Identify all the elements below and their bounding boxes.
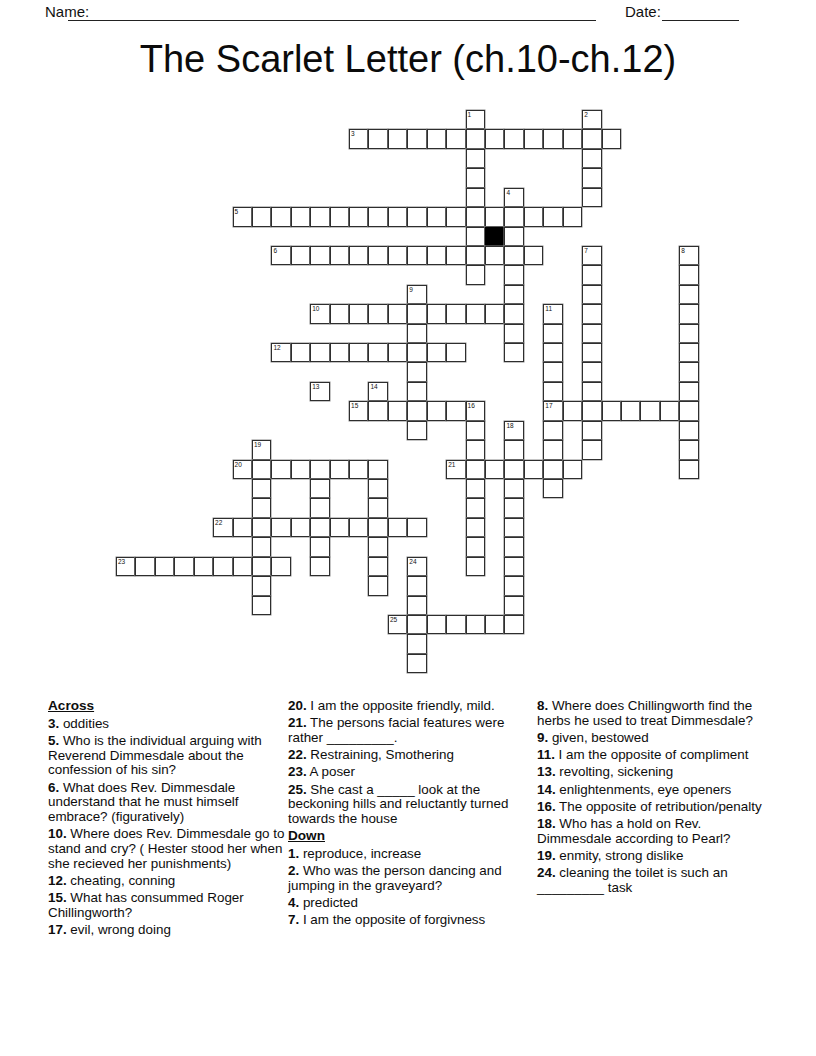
- grid-cell[interactable]: [349, 304, 368, 323]
- grid-cell[interactable]: 16: [466, 401, 485, 420]
- grid-cell[interactable]: [368, 498, 387, 517]
- grid-cell[interactable]: [407, 343, 426, 362]
- grid-cell[interactable]: [291, 343, 310, 362]
- grid-cell[interactable]: [310, 479, 329, 498]
- grid-cell[interactable]: [582, 362, 601, 381]
- grid-cell[interactable]: [524, 246, 543, 265]
- cell-number: 17: [545, 402, 552, 409]
- clue-number: 2.: [288, 863, 299, 878]
- grid-cell[interactable]: [291, 518, 310, 537]
- clue-column-1: Across3. oddities5. Who is the individua…: [48, 699, 285, 940]
- cell-number: 25: [390, 616, 397, 623]
- clue-number: 15.: [48, 890, 67, 905]
- date-field[interactable]: [662, 2, 739, 21]
- clue-number: 9.: [537, 730, 548, 745]
- clue-number: 24.: [537, 865, 556, 880]
- cell-number: 23: [118, 558, 125, 565]
- clue-across-12: 12. cheating, conning: [48, 874, 285, 889]
- clue-number: 13.: [537, 764, 556, 779]
- clue-down-1: 1. reproduce, increase: [288, 847, 525, 862]
- grid-cell[interactable]: [407, 382, 426, 401]
- grid-cell[interactable]: 14: [368, 382, 387, 401]
- grid-cell[interactable]: [524, 129, 543, 148]
- grid-cell[interactable]: [330, 246, 349, 265]
- grid-cell[interactable]: [466, 421, 485, 440]
- clue-down-18: 18. Who has a hold on Rev. Dimmesdale ac…: [537, 817, 774, 846]
- grid-cell[interactable]: [155, 557, 174, 576]
- clue-down-16: 16. The opposite of retribution/penalty: [537, 800, 774, 815]
- grid-cell[interactable]: [485, 129, 504, 148]
- grid-cell[interactable]: 6: [271, 246, 290, 265]
- worksheet-page: Name: Date: The Scarlet Letter (ch.10-ch…: [0, 0, 816, 1056]
- cell-number: 1: [468, 111, 472, 118]
- grid-cell[interactable]: [310, 246, 329, 265]
- grid-cell[interactable]: [252, 460, 271, 479]
- clue-number: 1.: [288, 846, 299, 861]
- clue-down-14: 14. enlightenments, eye openers: [537, 783, 774, 798]
- grid-cell[interactable]: 1: [466, 110, 485, 129]
- grid-cell[interactable]: [563, 401, 582, 420]
- grid-cell[interactable]: [252, 518, 271, 537]
- grid-cell[interactable]: [543, 362, 562, 381]
- grid-cell[interactable]: [407, 129, 426, 148]
- clue-across-22: 22. Restraining, Smothering: [288, 748, 525, 763]
- grid-cell[interactable]: [582, 304, 601, 323]
- cell-number: 5: [235, 208, 239, 215]
- grid-cell[interactable]: [310, 498, 329, 517]
- grid-cell[interactable]: [485, 615, 504, 634]
- grid-cell[interactable]: [543, 460, 562, 479]
- grid-cell[interactable]: [407, 304, 426, 323]
- grid-cell[interactable]: [504, 557, 523, 576]
- grid-cell[interactable]: [446, 207, 465, 226]
- cell-number: 13: [312, 383, 319, 390]
- grid-cell[interactable]: [233, 518, 252, 537]
- grid-cell[interactable]: [543, 207, 562, 226]
- across-header: Across: [48, 699, 285, 714]
- grid-cell[interactable]: [679, 401, 698, 420]
- clue-number: 22.: [288, 747, 307, 762]
- clue-number: 6.: [48, 780, 59, 795]
- crossword-grid: 1234567891011121314151617181920212223242…: [116, 110, 699, 673]
- grid-cell[interactable]: [582, 324, 601, 343]
- grid-cell[interactable]: [679, 343, 698, 362]
- grid-cell[interactable]: [679, 285, 698, 304]
- cell-number: 16: [468, 402, 475, 409]
- grid-cell[interactable]: [504, 460, 523, 479]
- grid-cell[interactable]: 10: [310, 304, 329, 323]
- grid-cell[interactable]: [466, 207, 485, 226]
- grid-cell[interactable]: [271, 518, 290, 537]
- grid-cell[interactable]: 7: [582, 246, 601, 265]
- grid-cell[interactable]: [679, 304, 698, 323]
- cell-number: 8: [681, 247, 685, 254]
- clue-down-7: 7. I am the opposite of forgivness: [288, 913, 525, 928]
- grid-cell[interactable]: [466, 479, 485, 498]
- grid-cell[interactable]: [446, 129, 465, 148]
- date-label: Date:: [625, 3, 661, 20]
- grid-cell[interactable]: [252, 596, 271, 615]
- grid-cell[interactable]: [485, 246, 504, 265]
- clue-down-4: 4. predicted: [288, 896, 525, 911]
- grid-cell[interactable]: [582, 440, 601, 459]
- clue-across-5: 5. Who is the individual arguing with Re…: [48, 734, 285, 778]
- grid-cell[interactable]: [504, 596, 523, 615]
- clue-down-13: 13. revolting, sickening: [537, 765, 774, 780]
- clue-down-24: 24. cleaning the toilet is such an _____…: [537, 866, 774, 895]
- grid-cell[interactable]: 5: [233, 207, 252, 226]
- grid-cell[interactable]: [310, 207, 329, 226]
- grid-cell[interactable]: [466, 246, 485, 265]
- grid-cell[interactable]: 24: [407, 557, 426, 576]
- grid-cell[interactable]: [621, 401, 640, 420]
- grid-cell[interactable]: [582, 285, 601, 304]
- grid-cell[interactable]: [388, 304, 407, 323]
- grid-cell[interactable]: [427, 304, 446, 323]
- grid-cell[interactable]: [388, 401, 407, 420]
- grid-cell[interactable]: [446, 246, 465, 265]
- cell-number: 11: [545, 305, 552, 312]
- grid-cell[interactable]: [466, 265, 485, 284]
- grid-cell[interactable]: 4: [504, 188, 523, 207]
- grid-cell[interactable]: [582, 168, 601, 187]
- grid-cell[interactable]: [330, 207, 349, 226]
- cell-number: 6: [273, 247, 277, 254]
- clue-number: 20.: [288, 698, 307, 713]
- grid-cell[interactable]: [504, 518, 523, 537]
- grid-cell[interactable]: [679, 440, 698, 459]
- cell-number: 7: [584, 247, 588, 254]
- grid-cell[interactable]: [543, 343, 562, 362]
- grid-cell[interactable]: [368, 304, 387, 323]
- grid-cell[interactable]: [368, 401, 387, 420]
- clue-number: 16.: [537, 799, 556, 814]
- clue-across-15: 15. What has consummed Roger Chillingwor…: [48, 891, 285, 920]
- grid-cell[interactable]: [582, 382, 601, 401]
- clue-across-3: 3. oddities: [48, 717, 285, 732]
- grid-cell[interactable]: [504, 129, 523, 148]
- grid-cell[interactable]: [368, 557, 387, 576]
- grid-cell[interactable]: [427, 615, 446, 634]
- grid-cell[interactable]: [466, 615, 485, 634]
- grid-cell[interactable]: [446, 304, 465, 323]
- grid-cell[interactable]: 20: [233, 460, 252, 479]
- grid-cell[interactable]: 12: [271, 343, 290, 362]
- grid-cell[interactable]: [407, 576, 426, 595]
- grid-cell[interactable]: [427, 246, 446, 265]
- grid-cell[interactable]: [660, 401, 679, 420]
- grid-cell[interactable]: [407, 596, 426, 615]
- grid-cell[interactable]: [368, 460, 387, 479]
- grid-cell[interactable]: [368, 343, 387, 362]
- grid-cell[interactable]: [504, 343, 523, 362]
- grid-cell[interactable]: [291, 460, 310, 479]
- grid-cell[interactable]: 8: [679, 246, 698, 265]
- grid-cell[interactable]: [504, 304, 523, 323]
- grid-cell[interactable]: [407, 518, 426, 537]
- grid-cell[interactable]: [407, 654, 426, 673]
- grid-cell[interactable]: [504, 615, 523, 634]
- grid-cell[interactable]: [349, 207, 368, 226]
- grid-cell[interactable]: [252, 557, 271, 576]
- grid-cell[interactable]: [310, 557, 329, 576]
- grid-cell[interactable]: 15: [349, 401, 368, 420]
- grid-cell[interactable]: 9: [407, 285, 426, 304]
- grid-cell[interactable]: [427, 401, 446, 420]
- grid-cell[interactable]: 25: [388, 615, 407, 634]
- clue-number: 18.: [537, 816, 556, 831]
- name-field[interactable]: [68, 2, 596, 21]
- clue-number: 8.: [537, 698, 548, 713]
- grid-cell[interactable]: [427, 207, 446, 226]
- grid-cell[interactable]: [582, 421, 601, 440]
- grid-cell[interactable]: [679, 460, 698, 479]
- grid-cell[interactable]: [349, 460, 368, 479]
- grid-cell[interactable]: 23: [116, 557, 135, 576]
- grid-cell[interactable]: [466, 168, 485, 187]
- grid-cell[interactable]: [485, 207, 504, 226]
- grid-cell[interactable]: [252, 207, 271, 226]
- grid-cell[interactable]: [543, 479, 562, 498]
- grid-cell[interactable]: [233, 557, 252, 576]
- clue-across-20: 20. I am the opposite friendly, mild.: [288, 699, 525, 714]
- clue-number: 17.: [48, 922, 67, 937]
- clue-across-21: 21. The persons facial features were rat…: [288, 716, 525, 745]
- grid-cell[interactable]: [504, 498, 523, 517]
- grid-cell[interactable]: 18: [504, 421, 523, 440]
- cell-number: 10: [312, 305, 319, 312]
- cell-number: 18: [506, 422, 513, 429]
- grid-cell[interactable]: [330, 518, 349, 537]
- grid-cell[interactable]: 3: [349, 129, 368, 148]
- clue-number: 10.: [48, 826, 67, 841]
- clue-column-3: 8. Where does Chillingworth find the her…: [537, 699, 774, 898]
- grid-cell[interactable]: [543, 382, 562, 401]
- grid-cell[interactable]: [640, 401, 659, 420]
- grid-cell[interactable]: [504, 207, 523, 226]
- clue-across-17: 17. evil, wrong doing: [48, 923, 285, 938]
- cell-number: 20: [235, 461, 242, 468]
- grid-cell[interactable]: [543, 421, 562, 440]
- grid-cell[interactable]: [602, 401, 621, 420]
- grid-cell[interactable]: [310, 343, 329, 362]
- grid-cell[interactable]: [679, 382, 698, 401]
- grid-cell[interactable]: [504, 227, 523, 246]
- clue-down-9: 9. given, bestowed: [537, 731, 774, 746]
- clue-down-8: 8. Where does Chillingworth find the her…: [537, 699, 774, 728]
- grid-cell[interactable]: [310, 460, 329, 479]
- grid-cell[interactable]: [194, 557, 213, 576]
- cell-number: 21: [448, 461, 455, 468]
- grid-cell[interactable]: [504, 265, 523, 284]
- grid-cell[interactable]: [466, 460, 485, 479]
- clue-number: 11.: [537, 747, 555, 762]
- grid-cell[interactable]: [466, 557, 485, 576]
- grid-cell[interactable]: [466, 129, 485, 148]
- clue-number: 14.: [537, 782, 556, 797]
- grid-cell[interactable]: [368, 537, 387, 556]
- black-cell: [485, 227, 504, 246]
- grid-cell[interactable]: [504, 285, 523, 304]
- grid-cell[interactable]: [563, 460, 582, 479]
- cell-number: 15: [351, 402, 358, 409]
- grid-cell[interactable]: [368, 246, 387, 265]
- grid-cell[interactable]: [388, 518, 407, 537]
- grid-cell[interactable]: [543, 440, 562, 459]
- grid-cell[interactable]: [485, 304, 504, 323]
- grid-cell[interactable]: [330, 304, 349, 323]
- clue-number: 5.: [48, 733, 59, 748]
- grid-cell[interactable]: [466, 227, 485, 246]
- grid-cell[interactable]: [252, 537, 271, 556]
- clue-across-10: 10. Where does Rev. Dimmesdale go to sta…: [48, 827, 285, 871]
- grid-cell[interactable]: [582, 401, 601, 420]
- grid-cell[interactable]: [563, 129, 582, 148]
- grid-cell[interactable]: [524, 207, 543, 226]
- grid-cell[interactable]: 21: [446, 460, 465, 479]
- grid-cell[interactable]: [524, 460, 543, 479]
- clue-number: 4.: [288, 895, 299, 910]
- clue-number: 3.: [48, 716, 59, 731]
- grid-cell[interactable]: [349, 518, 368, 537]
- grid-cell[interactable]: [466, 188, 485, 207]
- grid-cell[interactable]: [271, 460, 290, 479]
- grid-cell[interactable]: [388, 246, 407, 265]
- grid-cell[interactable]: 22: [213, 518, 232, 537]
- grid-cell[interactable]: [271, 557, 290, 576]
- grid-cell[interactable]: [368, 129, 387, 148]
- grid-cell[interactable]: [582, 129, 601, 148]
- grid-cell[interactable]: [213, 557, 232, 576]
- grid-cell[interactable]: [446, 343, 465, 362]
- grid-cell[interactable]: [388, 129, 407, 148]
- grid-cell[interactable]: [135, 557, 154, 576]
- grid-cell[interactable]: [330, 460, 349, 479]
- grid-cell[interactable]: [407, 421, 426, 440]
- cell-number: 22: [215, 519, 222, 526]
- grid-cell[interactable]: [368, 576, 387, 595]
- clue-number: 19.: [537, 848, 556, 863]
- grid-cell[interactable]: [504, 479, 523, 498]
- clue-number: 21.: [288, 715, 307, 730]
- clue-across-25: 25. She cast a _____ look at the beckoni…: [288, 783, 525, 827]
- down-header: Down: [288, 829, 525, 844]
- grid-cell[interactable]: [504, 324, 523, 343]
- grid-cell[interactable]: [407, 207, 426, 226]
- grid-cell[interactable]: [291, 246, 310, 265]
- grid-cell[interactable]: [291, 207, 310, 226]
- grid-cell[interactable]: [679, 265, 698, 284]
- clue-across-6: 6. What does Rev. Dimmesdale understand …: [48, 781, 285, 825]
- grid-cell[interactable]: [582, 343, 601, 362]
- grid-cell[interactable]: [310, 537, 329, 556]
- grid-cell[interactable]: [407, 615, 426, 634]
- grid-cell[interactable]: [330, 343, 349, 362]
- grid-cell[interactable]: [602, 129, 621, 148]
- clue-number: 12.: [48, 873, 67, 888]
- grid-cell[interactable]: [504, 440, 523, 459]
- grid-cell[interactable]: [543, 324, 562, 343]
- cell-number: 9: [409, 286, 413, 293]
- grid-cell[interactable]: [543, 129, 562, 148]
- grid-cell[interactable]: [252, 479, 271, 498]
- clue-number: 23.: [288, 764, 307, 779]
- grid-cell[interactable]: [388, 343, 407, 362]
- grid-cell[interactable]: [407, 324, 426, 343]
- grid-cell[interactable]: [466, 518, 485, 537]
- clue-down-11: 11. I am the opposite of compliment: [537, 748, 774, 763]
- grid-cell[interactable]: [349, 246, 368, 265]
- cell-number: 24: [409, 558, 416, 565]
- cell-number: 3: [351, 130, 355, 137]
- grid-cell[interactable]: [252, 498, 271, 517]
- grid-cell[interactable]: [407, 246, 426, 265]
- cell-number: 14: [370, 383, 377, 390]
- grid-cell[interactable]: [271, 207, 290, 226]
- grid-cell[interactable]: [582, 188, 601, 207]
- grid-cell[interactable]: [407, 362, 426, 381]
- grid-cell[interactable]: [368, 518, 387, 537]
- grid-cell[interactable]: [504, 537, 523, 556]
- cell-number: 4: [506, 189, 510, 196]
- grid-cell[interactable]: [310, 518, 329, 537]
- cell-number: 19: [254, 441, 261, 448]
- grid-cell[interactable]: [427, 343, 446, 362]
- grid-cell[interactable]: [368, 479, 387, 498]
- grid-cell[interactable]: [388, 207, 407, 226]
- grid-cell[interactable]: [368, 207, 387, 226]
- cell-number: 12: [273, 344, 280, 351]
- grid-cell[interactable]: [504, 576, 523, 595]
- grid-cell[interactable]: [582, 265, 601, 284]
- grid-cell[interactable]: 19: [252, 440, 271, 459]
- clue-across-23: 23. A poser: [288, 765, 525, 780]
- grid-cell[interactable]: [446, 615, 465, 634]
- grid-cell[interactable]: [563, 207, 582, 226]
- grid-cell[interactable]: [504, 246, 523, 265]
- grid-cell[interactable]: [485, 460, 504, 479]
- cell-number: 2: [584, 111, 588, 118]
- grid-cell[interactable]: [466, 304, 485, 323]
- grid-cell[interactable]: [174, 557, 193, 576]
- grid-cell[interactable]: [679, 421, 698, 440]
- grid-cell[interactable]: [466, 440, 485, 459]
- grid-cell[interactable]: [466, 537, 485, 556]
- clue-number: 7.: [288, 912, 299, 927]
- grid-cell[interactable]: 2: [582, 110, 601, 129]
- grid-cell[interactable]: [252, 576, 271, 595]
- grid-cell[interactable]: [349, 343, 368, 362]
- grid-cell[interactable]: [679, 362, 698, 381]
- grid-cell[interactable]: [446, 401, 465, 420]
- grid-cell[interactable]: [466, 498, 485, 517]
- grid-cell[interactable]: [466, 149, 485, 168]
- grid-cell[interactable]: 11: [543, 304, 562, 323]
- clue-column-2: 20. I am the opposite friendly, mild.21.…: [288, 699, 525, 930]
- grid-cell[interactable]: 13: [310, 382, 329, 401]
- grid-cell[interactable]: [427, 129, 446, 148]
- page-title: The Scarlet Letter (ch.10-ch.12): [0, 38, 816, 81]
- grid-cell[interactable]: [679, 324, 698, 343]
- grid-cell[interactable]: [407, 634, 426, 653]
- grid-cell[interactable]: [582, 149, 601, 168]
- clue-number: 25.: [288, 782, 307, 797]
- clue-down-19: 19. enmity, strong dislike: [537, 849, 774, 864]
- clue-down-2: 2. Who was the person dancing and jumpin…: [288, 864, 525, 893]
- grid-cell[interactable]: 17: [543, 401, 562, 420]
- grid-cell[interactable]: [407, 401, 426, 420]
